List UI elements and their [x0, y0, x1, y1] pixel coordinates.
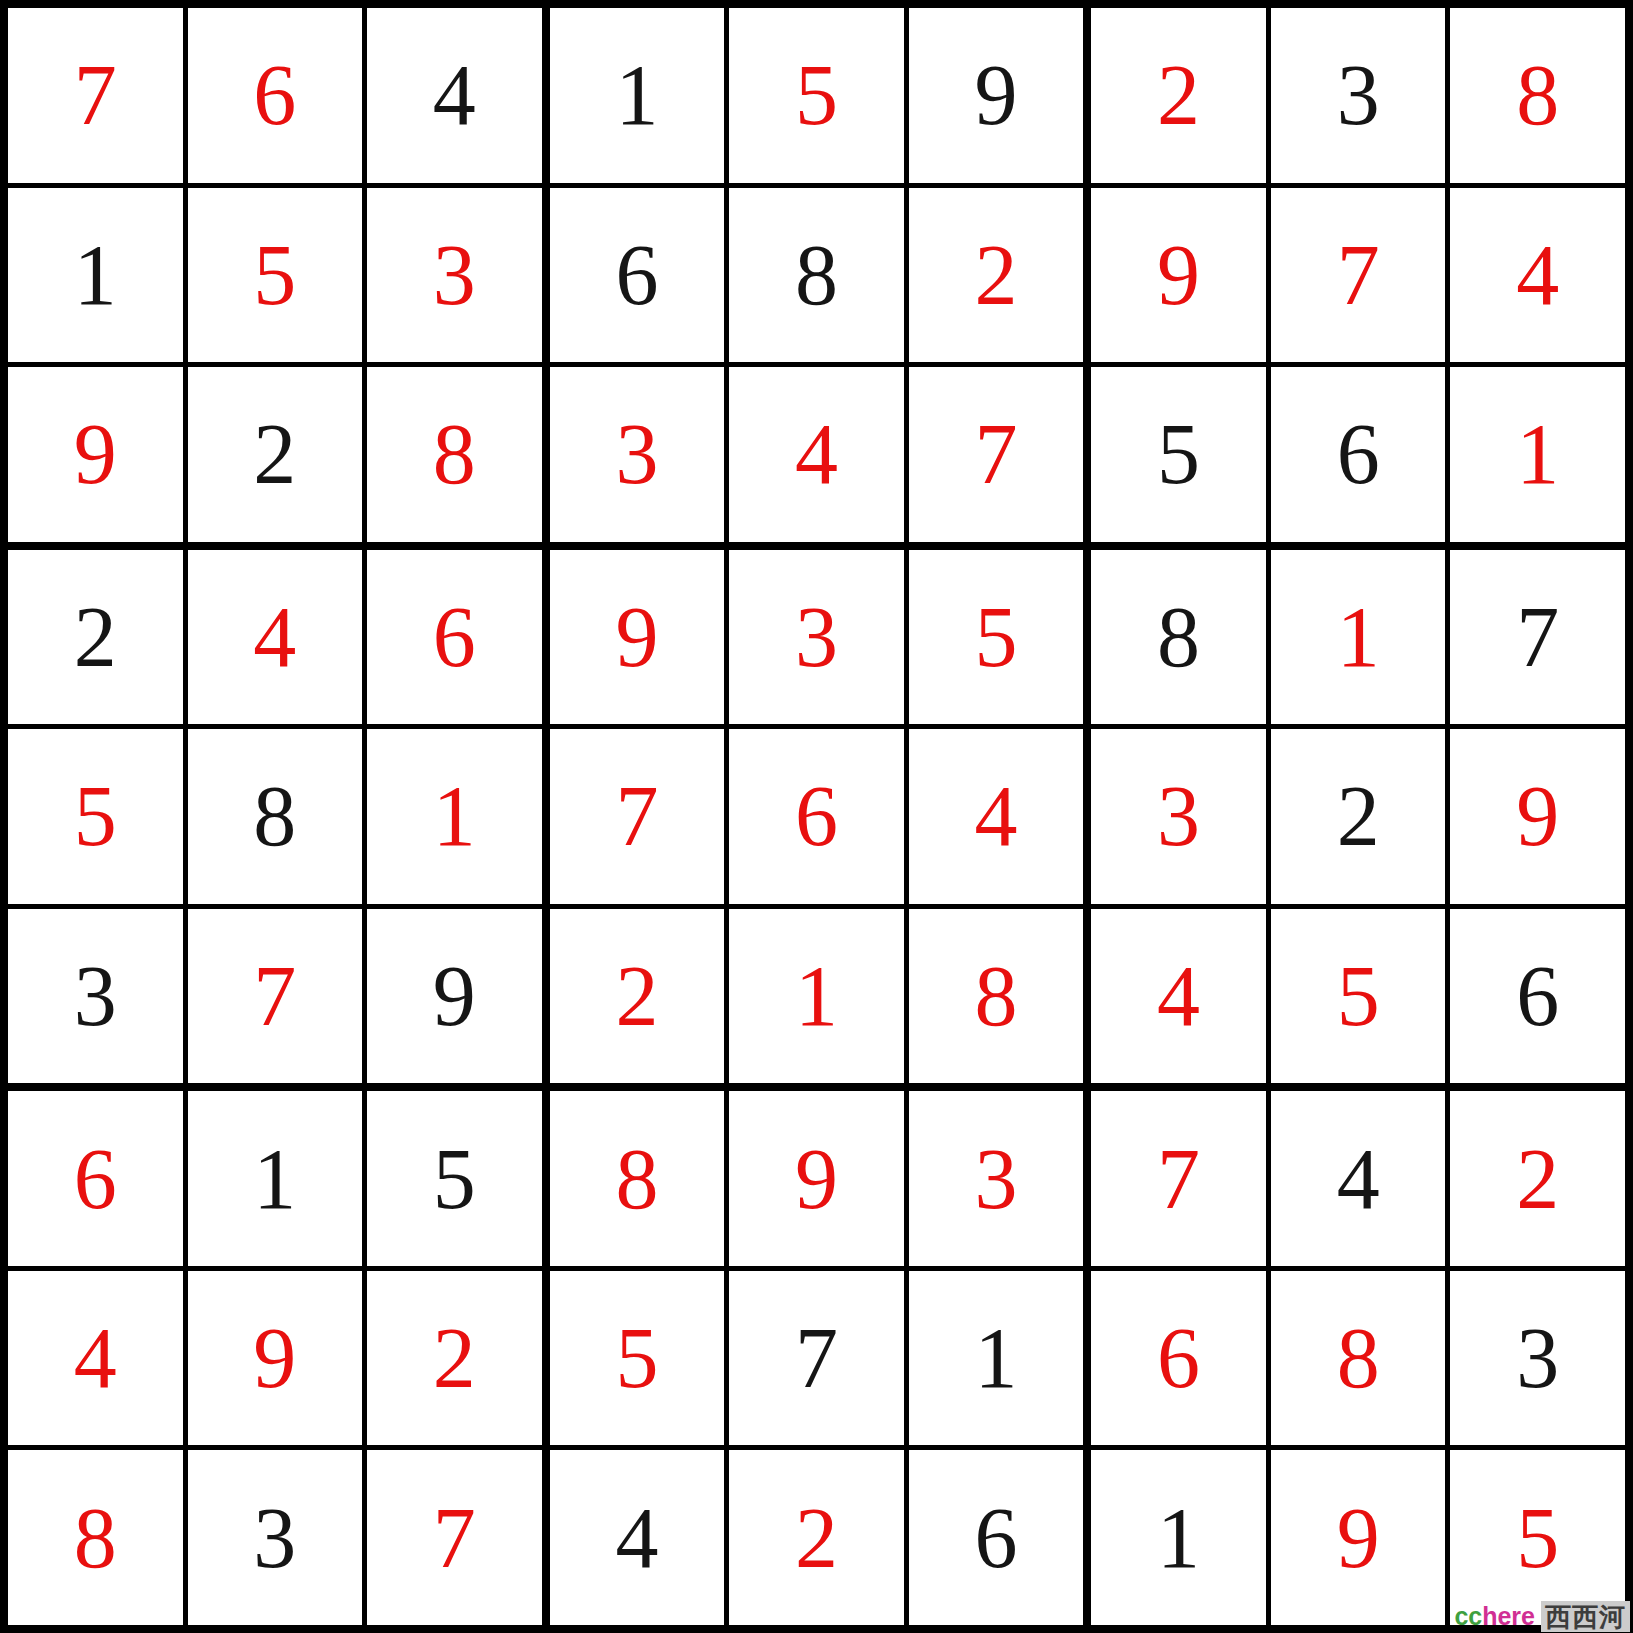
cell-r1c5[interactable]: 5	[729, 8, 904, 183]
cell-r7c6[interactable]: 3	[909, 1091, 1084, 1266]
cell-digit: 3	[615, 411, 658, 497]
cell-r9c1[interactable]: 8	[8, 1450, 183, 1625]
cell-digit: 9	[975, 52, 1018, 138]
cell-r1c3[interactable]: 4	[367, 8, 542, 183]
cell-r8c3[interactable]: 2	[367, 1271, 542, 1446]
cell-r4c9[interactable]: 7	[1450, 550, 1625, 725]
cell-digit: 8	[795, 232, 838, 318]
cell-r8c1[interactable]: 4	[8, 1271, 183, 1446]
cell-r2c1[interactable]: 1	[8, 188, 183, 363]
cell-r5c2[interactable]: 8	[188, 729, 363, 904]
cell-digit: 1	[795, 953, 838, 1039]
cell-r8c2[interactable]: 9	[188, 1271, 363, 1446]
cell-digit: 1	[975, 1315, 1018, 1401]
cell-digit: 7	[1157, 1136, 1200, 1222]
cell-digit: 2	[615, 953, 658, 1039]
block-3-1: 615492837	[8, 1091, 542, 1625]
cell-r8c4[interactable]: 5	[550, 1271, 725, 1446]
cell-r7c7[interactable]: 7	[1091, 1091, 1266, 1266]
cell-digit: 3	[1516, 1315, 1559, 1401]
cell-r4c3[interactable]: 6	[367, 550, 542, 725]
cell-digit: 5	[615, 1315, 658, 1401]
cell-digit: 3	[433, 232, 476, 318]
cell-digit: 8	[433, 411, 476, 497]
cell-r1c6[interactable]: 9	[909, 8, 1084, 183]
cell-r1c2[interactable]: 6	[188, 8, 363, 183]
watermark-here: here	[1482, 1604, 1535, 1629]
cell-r4c5[interactable]: 3	[729, 550, 904, 725]
cell-r4c4[interactable]: 9	[550, 550, 725, 725]
cell-digit: 7	[253, 953, 296, 1039]
watermark: cchere 西西河	[1454, 1601, 1630, 1632]
cell-digit: 9	[1337, 1495, 1380, 1581]
cell-digit: 6	[615, 232, 658, 318]
cell-r2c6[interactable]: 2	[909, 188, 1084, 363]
cell-r7c9[interactable]: 2	[1450, 1091, 1625, 1266]
cell-r1c9[interactable]: 8	[1450, 8, 1625, 183]
cell-r8c8[interactable]: 8	[1271, 1271, 1446, 1446]
cell-r6c5[interactable]: 1	[729, 909, 904, 1084]
cell-r2c3[interactable]: 3	[367, 188, 542, 363]
cell-digit: 4	[795, 411, 838, 497]
cell-digit: 2	[795, 1495, 838, 1581]
cell-r4c7[interactable]: 8	[1091, 550, 1266, 725]
cell-r4c2[interactable]: 4	[188, 550, 363, 725]
cell-digit: 1	[433, 773, 476, 859]
cell-digit: 3	[795, 594, 838, 680]
cell-r9c4[interactable]: 4	[550, 1450, 725, 1625]
cell-digit: 2	[74, 594, 117, 680]
cell-digit: 5	[253, 232, 296, 318]
block-2-2: 935764218	[550, 550, 1084, 1084]
cell-r9c7[interactable]: 1	[1091, 1450, 1266, 1625]
cell-digit: 3	[1337, 52, 1380, 138]
cell-digit: 7	[1516, 594, 1559, 680]
cell-r5c7[interactable]: 3	[1091, 729, 1266, 904]
watermark-cc: cc	[1454, 1604, 1482, 1629]
cell-digit: 9	[615, 594, 658, 680]
block-3-2: 893571426	[550, 1091, 1084, 1625]
cell-digit: 4	[433, 52, 476, 138]
cell-digit: 8	[1337, 1315, 1380, 1401]
cell-digit: 6	[253, 52, 296, 138]
cell-digit: 8	[975, 953, 1018, 1039]
cell-r7c3[interactable]: 5	[367, 1091, 542, 1266]
cell-r1c1[interactable]: 7	[8, 8, 183, 183]
cell-digit: 6	[433, 594, 476, 680]
cell-digit: 7	[615, 773, 658, 859]
cell-digit: 3	[1157, 773, 1200, 859]
cell-r3c7[interactable]: 5	[1091, 367, 1266, 542]
sudoku-page: 7641539281596823472389745612465813799357…	[0, 0, 1633, 1633]
cell-r7c8[interactable]: 4	[1271, 1091, 1446, 1266]
cell-r5c5[interactable]: 6	[729, 729, 904, 904]
cell-digit: 1	[1516, 411, 1559, 497]
cell-r6c7[interactable]: 4	[1091, 909, 1266, 1084]
block-3-3: 742683195	[1091, 1091, 1625, 1625]
cell-r4c6[interactable]: 5	[909, 550, 1084, 725]
cell-digit: 7	[433, 1495, 476, 1581]
cell-digit: 5	[1516, 1495, 1559, 1581]
cell-r1c4[interactable]: 1	[550, 8, 725, 183]
cell-r2c9[interactable]: 4	[1450, 188, 1625, 363]
cell-r6c8[interactable]: 5	[1271, 909, 1446, 1084]
cell-digit: 4	[1337, 1136, 1380, 1222]
cell-r8c9[interactable]: 3	[1450, 1271, 1625, 1446]
cell-r2c8[interactable]: 7	[1271, 188, 1446, 363]
cell-r6c9[interactable]: 6	[1450, 909, 1625, 1084]
cell-digit: 9	[1516, 773, 1559, 859]
cell-r6c1[interactable]: 3	[8, 909, 183, 1084]
cell-r1c8[interactable]: 3	[1271, 8, 1446, 183]
cell-digit: 2	[433, 1315, 476, 1401]
cell-r4c8[interactable]: 1	[1271, 550, 1446, 725]
cell-r5c9[interactable]: 9	[1450, 729, 1625, 904]
cell-r3c5[interactable]: 4	[729, 367, 904, 542]
block-1-1: 764153928	[8, 8, 542, 542]
cell-digit: 2	[975, 232, 1018, 318]
cell-digit: 2	[1516, 1136, 1559, 1222]
cell-digit: 2	[253, 411, 296, 497]
cell-r6c4[interactable]: 2	[550, 909, 725, 1084]
cell-r8c6[interactable]: 1	[909, 1271, 1084, 1446]
cell-digit: 6	[1157, 1315, 1200, 1401]
cell-r2c7[interactable]: 9	[1091, 188, 1266, 363]
cell-digit: 9	[433, 953, 476, 1039]
sudoku-board: 7641539281596823472389745612465813799357…	[0, 0, 1633, 1633]
cell-r3c1[interactable]: 9	[8, 367, 183, 542]
cell-digit: 8	[1157, 594, 1200, 680]
cell-r2c2[interactable]: 5	[188, 188, 363, 363]
cell-r6c3[interactable]: 9	[367, 909, 542, 1084]
cell-r7c1[interactable]: 6	[8, 1091, 183, 1266]
cell-r3c9[interactable]: 1	[1450, 367, 1625, 542]
cell-digit: 8	[615, 1136, 658, 1222]
cell-r8c7[interactable]: 6	[1091, 1271, 1266, 1446]
cell-r5c8[interactable]: 2	[1271, 729, 1446, 904]
cell-digit: 1	[1337, 594, 1380, 680]
cell-r9c9[interactable]: 5	[1450, 1450, 1625, 1625]
watermark-site: 西西河	[1541, 1601, 1630, 1632]
cell-r3c4[interactable]: 3	[550, 367, 725, 542]
cell-r6c2[interactable]: 7	[188, 909, 363, 1084]
cell-digit: 4	[1516, 232, 1559, 318]
cell-digit: 5	[1157, 411, 1200, 497]
cell-digit: 5	[74, 773, 117, 859]
cell-digit: 4	[74, 1315, 117, 1401]
cell-digit: 4	[253, 594, 296, 680]
cell-r9c8[interactable]: 9	[1271, 1450, 1446, 1625]
cell-digit: 8	[74, 1495, 117, 1581]
cell-digit: 4	[615, 1495, 658, 1581]
cell-digit: 1	[74, 232, 117, 318]
cell-digit: 2	[1337, 773, 1380, 859]
cell-digit: 3	[975, 1136, 1018, 1222]
cell-digit: 6	[795, 773, 838, 859]
cell-r7c2[interactable]: 1	[188, 1091, 363, 1266]
cell-digit: 9	[74, 411, 117, 497]
cell-digit: 6	[1337, 411, 1380, 497]
cell-r7c5[interactable]: 9	[729, 1091, 904, 1266]
cell-digit: 7	[795, 1315, 838, 1401]
cell-digit: 6	[74, 1136, 117, 1222]
block-1-2: 159682347	[550, 8, 1084, 542]
cell-digit: 7	[74, 52, 117, 138]
cell-digit: 5	[1337, 953, 1380, 1039]
cell-digit: 7	[975, 411, 1018, 497]
cell-digit: 8	[1516, 52, 1559, 138]
cell-digit: 6	[1516, 953, 1559, 1039]
cell-r3c3[interactable]: 8	[367, 367, 542, 542]
cell-r9c6[interactable]: 6	[909, 1450, 1084, 1625]
cell-digit: 6	[975, 1495, 1018, 1581]
cell-digit: 9	[1157, 232, 1200, 318]
cell-r3c6[interactable]: 7	[909, 367, 1084, 542]
cell-r3c2[interactable]: 2	[188, 367, 363, 542]
cell-r5c4[interactable]: 7	[550, 729, 725, 904]
block-1-3: 238974561	[1091, 8, 1625, 542]
cell-r7c4[interactable]: 8	[550, 1091, 725, 1266]
cell-r4c1[interactable]: 2	[8, 550, 183, 725]
cell-digit: 5	[975, 594, 1018, 680]
cell-digit: 1	[1157, 1495, 1200, 1581]
cell-r9c3[interactable]: 7	[367, 1450, 542, 1625]
cell-r2c4[interactable]: 6	[550, 188, 725, 363]
block-2-3: 817329456	[1091, 550, 1625, 1084]
cell-r8c5[interactable]: 7	[729, 1271, 904, 1446]
cell-r9c5[interactable]: 2	[729, 1450, 904, 1625]
cell-digit: 3	[253, 1495, 296, 1581]
block-2-1: 246581379	[8, 550, 542, 1084]
cell-digit: 8	[253, 773, 296, 859]
cell-digit: 9	[795, 1136, 838, 1222]
cell-r5c3[interactable]: 1	[367, 729, 542, 904]
cell-r2c5[interactable]: 8	[729, 188, 904, 363]
cell-digit: 3	[74, 953, 117, 1039]
cell-digit: 4	[1157, 953, 1200, 1039]
cell-digit: 4	[975, 773, 1018, 859]
cell-r1c7[interactable]: 2	[1091, 8, 1266, 183]
cell-r5c1[interactable]: 5	[8, 729, 183, 904]
cell-digit: 2	[1157, 52, 1200, 138]
cell-digit: 9	[253, 1315, 296, 1401]
cell-r6c6[interactable]: 8	[909, 909, 1084, 1084]
cell-digit: 1	[253, 1136, 296, 1222]
cell-digit: 7	[1337, 232, 1380, 318]
cell-r5c6[interactable]: 4	[909, 729, 1084, 904]
cell-digit: 5	[795, 52, 838, 138]
cell-digit: 5	[433, 1136, 476, 1222]
cell-r9c2[interactable]: 3	[188, 1450, 363, 1625]
cell-r3c8[interactable]: 6	[1271, 367, 1446, 542]
cell-digit: 1	[615, 52, 658, 138]
